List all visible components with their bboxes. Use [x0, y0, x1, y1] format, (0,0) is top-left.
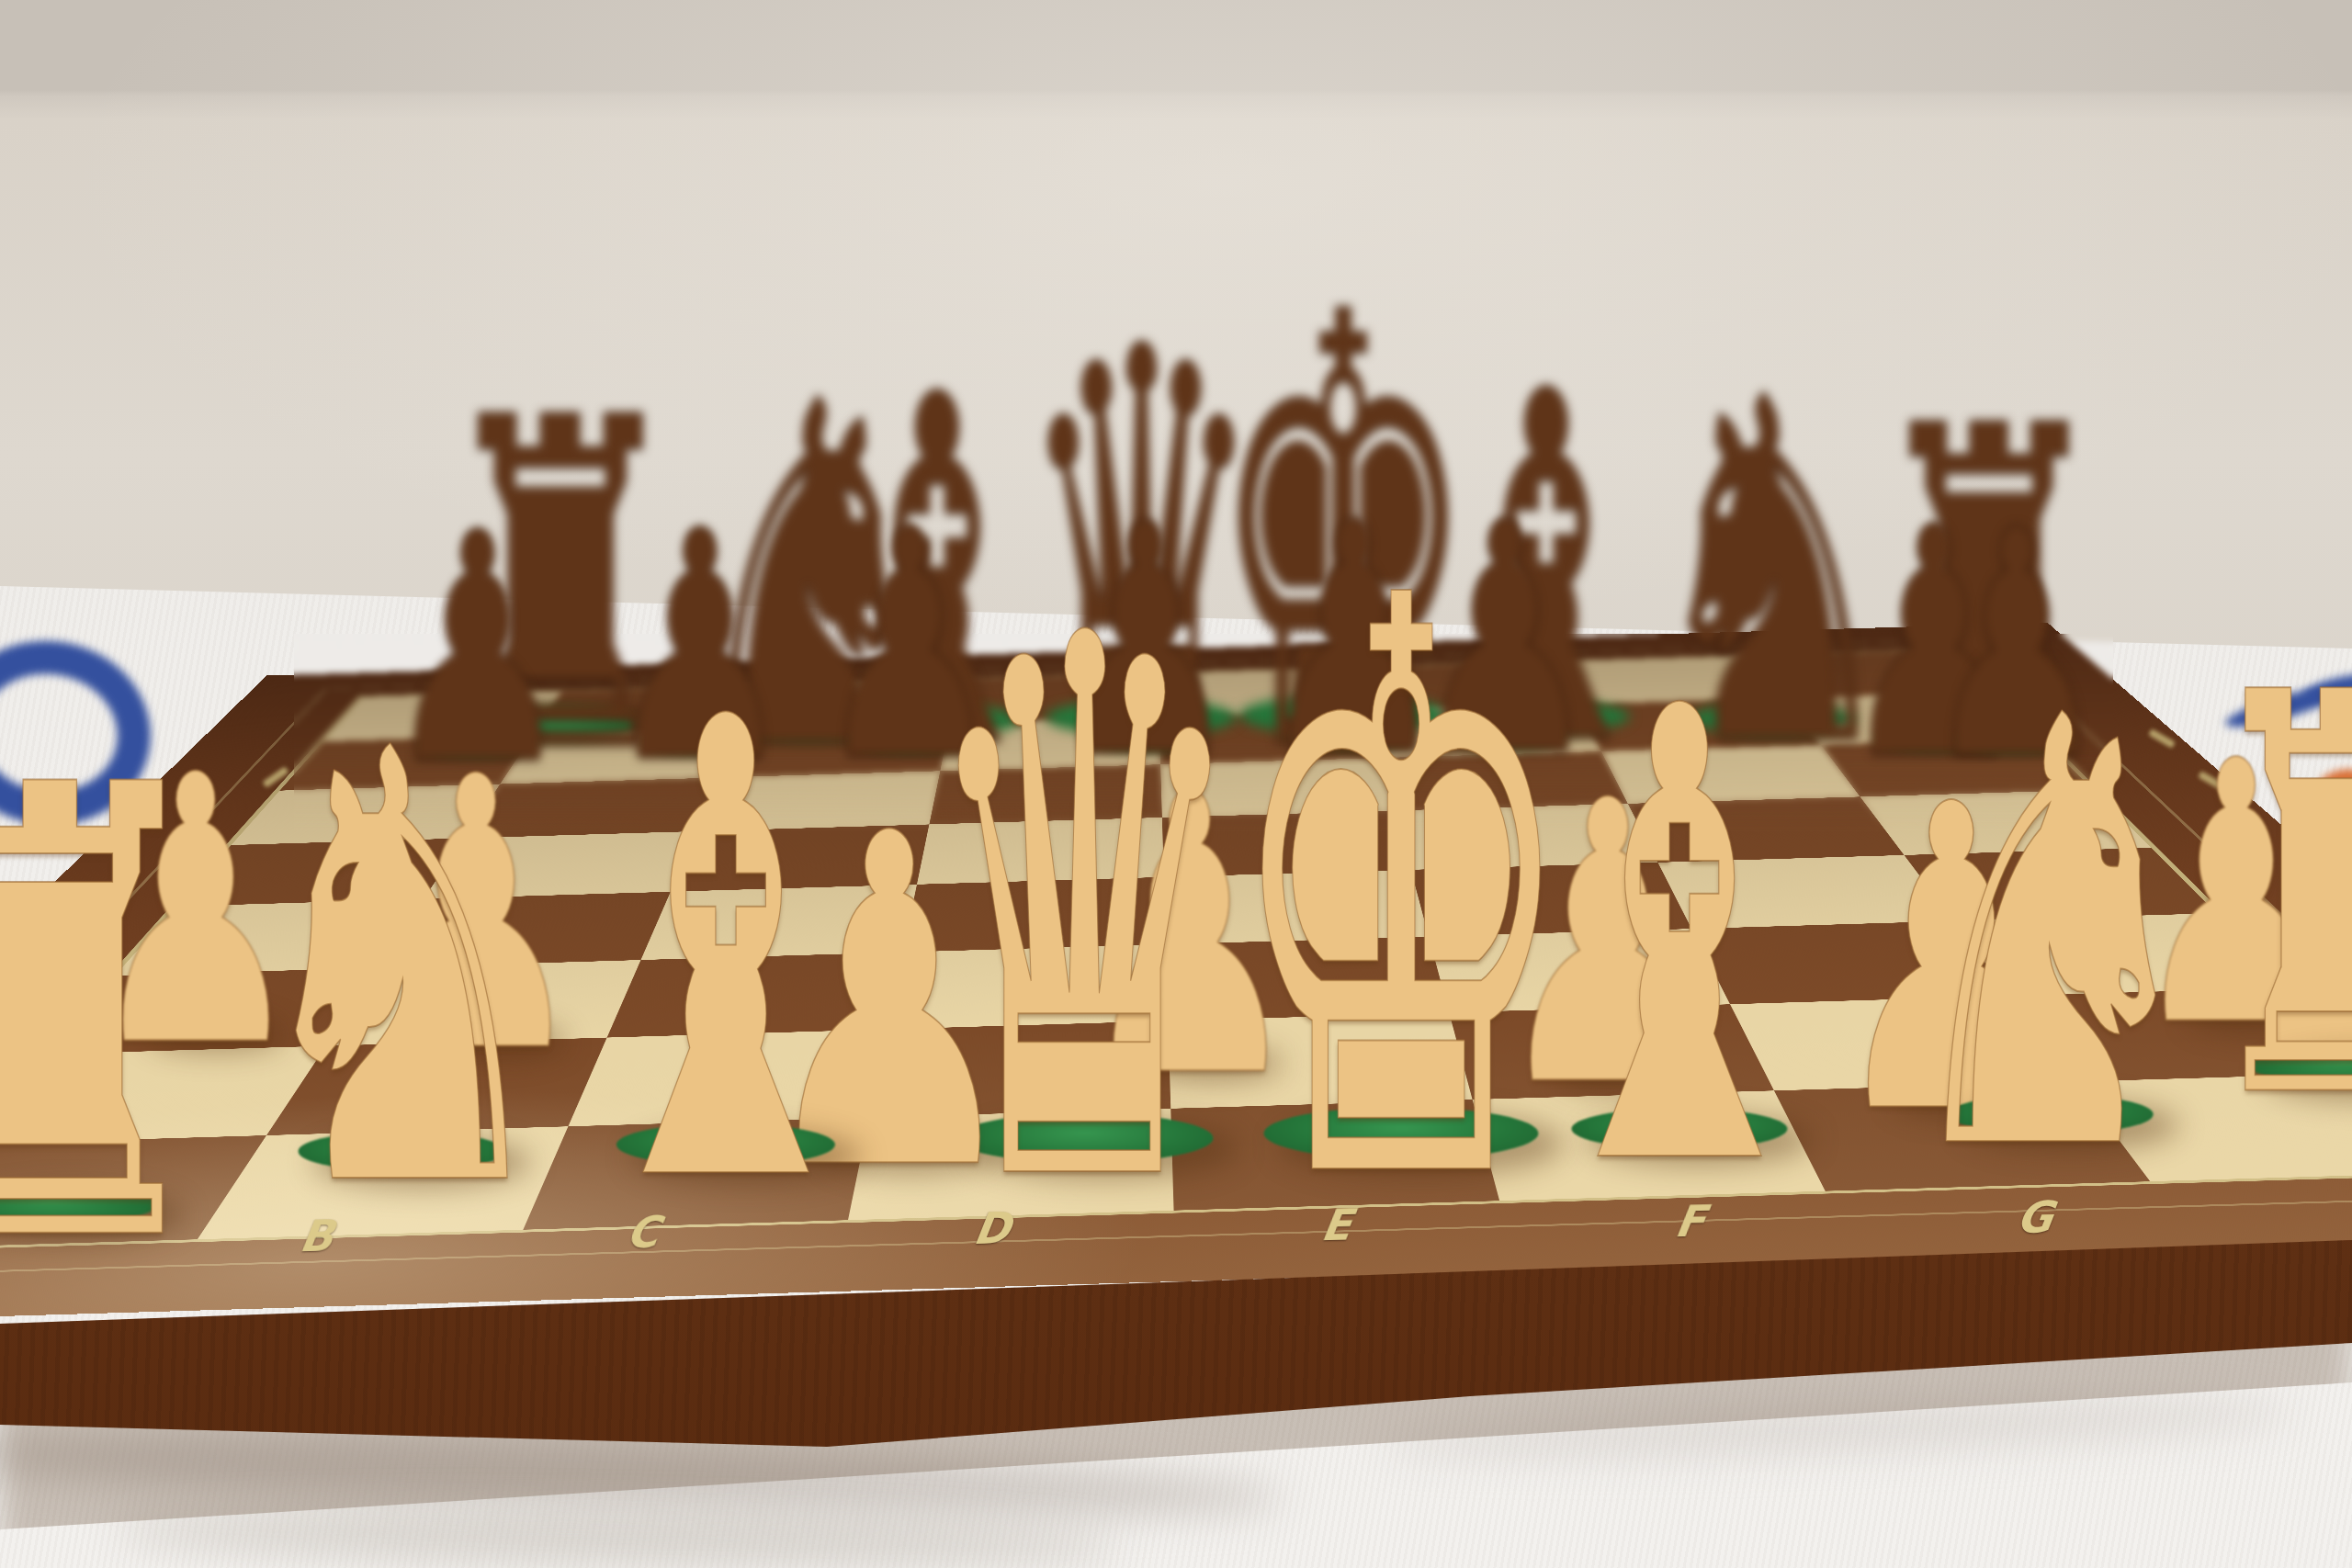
square-c5	[671, 824, 930, 891]
square-a4	[115, 899, 424, 976]
square-c3	[606, 953, 903, 1038]
felt-base-d1	[955, 1113, 1214, 1163]
felt-base-e1	[1264, 1107, 1539, 1160]
felt-base-a2	[131, 1011, 259, 1036]
square-d3	[888, 944, 1169, 1029]
felt-base-f1	[1571, 1108, 1787, 1149]
square-b5	[424, 831, 696, 899]
square-c4	[640, 885, 917, 960]
square-d2	[869, 1021, 1170, 1117]
square-h4	[1905, 848, 2217, 921]
felt-base-d2	[1123, 1040, 1257, 1066]
felt-base-g1	[1949, 1095, 2154, 1134]
square-f4	[1410, 863, 1690, 937]
chess-photo-scene: ABCDEFGH ♚♝♛♞♝♜♞♜♟♟♟♟♟♟♟♟♟♟♟♟♟♟♜♟♞♝♚♟♛♝♞…	[0, 0, 2352, 1568]
square-a5	[176, 839, 464, 907]
square-h3	[1954, 913, 2291, 996]
felt-base-e7	[1298, 727, 1409, 748]
file-letter-g: G	[2013, 1191, 2056, 1243]
felt-base-e2	[1541, 1049, 1676, 1075]
felt-base-a7	[423, 734, 533, 755]
felt-base-c1	[616, 1123, 835, 1166]
square-c2	[568, 1029, 888, 1126]
felt-base-d7	[1091, 728, 1202, 750]
felt-base-h7	[1962, 730, 2072, 751]
felt-base-g2	[2174, 992, 2299, 1016]
square-f3	[1429, 929, 1730, 1012]
felt-base-b7	[645, 732, 755, 753]
square-e4	[1164, 870, 1429, 944]
felt-base-b1	[299, 1132, 505, 1171]
square-d4	[903, 877, 1166, 953]
square-g4	[1657, 855, 1954, 929]
felt-base-f7	[1450, 727, 1561, 748]
square-b4	[378, 892, 670, 968]
square-e3	[1166, 937, 1449, 1021]
felt-base-g8	[1690, 703, 1855, 735]
felt-base-c7	[854, 730, 965, 751]
